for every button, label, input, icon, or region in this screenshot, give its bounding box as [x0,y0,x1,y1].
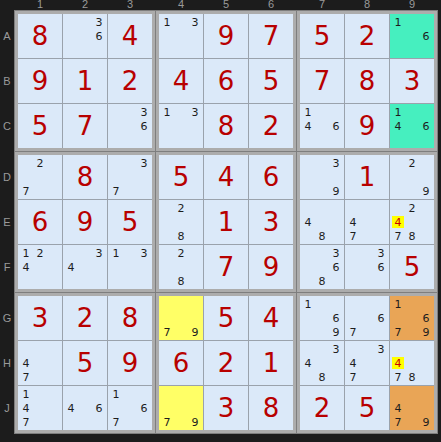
cell-J4[interactable]: 79 [159,386,203,430]
candidate-mark: 1 [160,15,174,29]
candidate-grid: 13 [160,105,202,147]
candidate-mark [174,401,188,415]
cell-A6[interactable]: 7 [249,14,293,58]
candidate-grid: 479 [391,387,433,429]
row-label-B: B [0,59,14,103]
candidate-mark: 9 [419,184,433,198]
candidate-mark [360,201,374,215]
candidate-mark [315,201,329,215]
cell-H8[interactable]: 347 [345,341,389,385]
cell-A1[interactable]: 8 [18,14,62,58]
candidate-mark [419,370,433,384]
sudoku-board: 8364912573613974651382521678314691462783… [14,10,438,434]
given-digit: 5 [32,113,49,139]
cell-J3[interactable]: 167 [108,386,152,430]
candidate-mark [174,297,188,311]
candidate-mark [329,229,343,243]
candidate-mark [47,415,61,429]
candidate-mark [19,342,33,356]
candidate-mark: 2 [174,201,188,215]
candidate-mark [123,274,137,288]
candidate-mark [419,387,433,401]
candidate-mark [315,342,329,356]
candidate-mark [188,246,202,260]
candidate-mark [92,415,106,429]
column-headers: 123456789 [14,0,438,10]
cell-F4[interactable]: 28 [159,245,203,289]
candidate-mark [315,119,329,133]
cell-G2[interactable]: 2 [63,296,107,340]
cell-J5[interactable]: 3 [204,386,248,430]
cell-G4[interactable]: 79 [159,296,203,340]
cell-F8[interactable]: 36 [345,245,389,289]
candidate-mark [64,274,78,288]
candidate-mark [109,133,123,147]
candidate-mark: 4 [301,356,315,370]
cell-G9[interactable]: 1679 [390,296,434,340]
candidate-mark [301,184,315,198]
candidate-mark [405,170,419,184]
cell-E3[interactable]: 5 [108,200,152,244]
candidate-mark: 7 [19,370,33,384]
candidate-mark [123,260,137,274]
candidate-mark [174,311,188,325]
cell-G3[interactable]: 8 [108,296,152,340]
candidate-mark: 4 [301,215,315,229]
candidate-mark [405,387,419,401]
cell-B1[interactable]: 9 [18,59,62,103]
candidate-mark [346,246,360,260]
given-digit: 9 [32,68,49,94]
candidate-mark: 8 [174,229,188,243]
cell-D2[interactable]: 8 [63,155,107,199]
candidate-mark [360,246,374,260]
candidate-mark [301,260,315,274]
candidate-mark [374,325,388,339]
cell-D3[interactable]: 37 [108,155,152,199]
cell-H3[interactable]: 9 [108,341,152,385]
candidate-grid: 478 [391,342,433,384]
given-digit: 4 [218,164,235,190]
cell-G6[interactable]: 4 [249,296,293,340]
candidate-grid: 36 [109,105,151,147]
candidate-mark [419,342,433,356]
cell-J6[interactable]: 8 [249,386,293,430]
candidate-grid: 46 [64,387,106,429]
cell-J9[interactable]: 479 [390,386,434,430]
candidate-mark [174,43,188,57]
row-headers: ABCDEFGHJ [0,10,14,434]
candidate-mark: 4 [346,356,360,370]
cell-J7[interactable]: 2 [300,386,344,430]
cell-B8[interactable]: 8 [345,59,389,103]
candidate-mark [174,325,188,339]
candidate-mark [47,401,61,415]
candidate-mark [360,215,374,229]
candidate-mark [109,274,123,288]
candidate-grid: 2478 [391,201,433,243]
candidate-mark: 6 [137,401,151,415]
candidate-mark: 9 [329,184,343,198]
candidate-mark [160,201,174,215]
candidate-mark [33,342,47,356]
candidate-mark [92,274,106,288]
candidate-mark [315,133,329,147]
cell-C4[interactable]: 13 [159,104,203,148]
given-digit: 8 [122,305,139,331]
candidate-mark: 4 [19,260,33,274]
cell-E7[interactable]: 48 [300,200,344,244]
given-digit: 5 [263,68,280,94]
candidate-mark [160,311,174,325]
candidate-mark [188,43,202,57]
cell-A8[interactable]: 2 [345,14,389,58]
candidate-mark [391,184,405,198]
candidate-mark: 4 [392,216,404,228]
cell-J1[interactable]: 147 [18,386,62,430]
cell-F3[interactable]: 13 [108,245,152,289]
cell-B6[interactable]: 5 [249,59,293,103]
candidate-mark [123,156,137,170]
cell-F6[interactable]: 9 [249,245,293,289]
given-digit: 7 [77,113,94,139]
candidate-mark: 6 [374,311,388,325]
candidate-mark: 6 [329,311,343,325]
cell-E6[interactable]: 3 [249,200,293,244]
candidate-mark [315,184,329,198]
cell-D6[interactable]: 6 [249,155,293,199]
candidate-mark: 3 [329,342,343,356]
candidate-mark [374,356,388,370]
candidate-mark [160,297,174,311]
candidate-mark [329,274,343,288]
cell-F1[interactable]: 124 [18,245,62,289]
candidate-mark [315,215,329,229]
cell-F7[interactable]: 368 [300,245,344,289]
cell-B7[interactable]: 7 [300,59,344,103]
candidate-mark [160,274,174,288]
candidate-mark [391,156,405,170]
candidate-mark: 1 [391,297,405,311]
candidate-mark: 3 [137,246,151,260]
candidate-grid: 34 [64,246,106,288]
candidate-mark: 6 [92,401,106,415]
cell-E4[interactable]: 28 [159,200,203,244]
cell-A3[interactable]: 4 [108,14,152,58]
candidate-mark [301,156,315,170]
candidate-mark [405,297,419,311]
candidate-mark: 7 [391,415,405,429]
candidate-mark [405,105,419,119]
cell-H2[interactable]: 5 [63,341,107,385]
candidate-mark: 4 [19,356,33,370]
col-label-3: 3 [108,0,152,9]
given-digit: 1 [263,350,280,376]
candidate-mark [301,325,315,339]
row-label-E: E [0,200,14,244]
candidate-mark: 3 [188,15,202,29]
cell-F2[interactable]: 34 [63,245,107,289]
cell-D8[interactable]: 1 [345,155,389,199]
given-digit: 7 [314,68,331,94]
candidate-mark [174,29,188,43]
candidate-mark [360,356,374,370]
candidate-mark [419,133,433,147]
given-digit: 8 [359,68,376,94]
candidate-mark [360,342,374,356]
cell-H4[interactable]: 6 [159,341,203,385]
cell-A2[interactable]: 36 [63,14,107,58]
given-digit: 2 [359,23,376,49]
candidate-mark: 3 [329,156,343,170]
cell-C8[interactable]: 9 [345,104,389,148]
candidate-mark [329,356,343,370]
cell-C2[interactable]: 7 [63,104,107,148]
candidate-mark: 8 [405,370,419,384]
candidate-mark [109,105,123,119]
candidate-mark [419,229,433,243]
cell-A4[interactable]: 13 [159,14,203,58]
candidate-grid: 28 [160,246,202,288]
candidate-mark [160,133,174,147]
candidate-mark [405,133,419,147]
candidate-mark: 2 [174,246,188,260]
candidate-mark [123,387,137,401]
candidate-mark [33,401,47,415]
given-digit: 9 [263,254,280,280]
candidate-mark: 7 [391,325,405,339]
candidate-mark [301,170,315,184]
cell-H6[interactable]: 1 [249,341,293,385]
candidate-mark [123,170,137,184]
candidate-grid: 146 [391,105,433,147]
cell-H7[interactable]: 348 [300,341,344,385]
candidate-mark [405,15,419,29]
candidate-mark: 4 [391,401,405,415]
candidate-mark [301,133,315,147]
cell-G5[interactable]: 5 [204,296,248,340]
candidate-mark [109,401,123,415]
given-digit: 3 [32,305,49,331]
candidate-mark [188,401,202,415]
candidate-mark [33,387,47,401]
candidate-mark [405,342,419,356]
cell-B4[interactable]: 4 [159,59,203,103]
candidate-mark [109,260,123,274]
candidate-mark: 8 [315,370,329,384]
cell-D5[interactable]: 4 [204,155,248,199]
candidate-mark: 4 [392,357,404,369]
candidate-mark [346,297,360,311]
candidate-mark [315,170,329,184]
candidate-mark [78,415,92,429]
candidate-mark [391,201,405,215]
cell-G7[interactable]: 169 [300,296,344,340]
candidate-grid: 47 [19,342,61,384]
cell-H1[interactable]: 47 [18,341,62,385]
candidate-mark [188,201,202,215]
candidate-mark [174,105,188,119]
cell-E1[interactable]: 6 [18,200,62,244]
candidate-mark: 7 [109,415,123,429]
cell-E8[interactable]: 47 [345,200,389,244]
cell-B2[interactable]: 1 [63,59,107,103]
candidate-mark: 2 [33,156,47,170]
cell-C9[interactable]: 146 [390,104,434,148]
candidate-grid: 124 [19,246,61,288]
cell-A7[interactable]: 5 [300,14,344,58]
candidate-mark [405,43,419,57]
cell-G1[interactable]: 3 [18,296,62,340]
candidate-mark [64,43,78,57]
candidate-mark: 4 [301,119,315,133]
candidate-mark [188,133,202,147]
candidate-mark: 6 [419,29,433,43]
given-digit: 3 [218,395,235,421]
given-digit: 4 [263,305,280,331]
candidate-mark [315,246,329,260]
candidate-grid: 79 [160,387,202,429]
given-digit: 5 [77,350,94,376]
candidate-mark: 6 [137,119,151,133]
candidate-mark [188,274,202,288]
candidate-mark: 6 [419,311,433,325]
candidate-mark: 9 [419,415,433,429]
row-label-C: C [0,104,14,148]
cell-C7[interactable]: 146 [300,104,344,148]
candidate-mark [188,29,202,43]
cell-D7[interactable]: 39 [300,155,344,199]
row-label-A: A [0,14,14,58]
candidate-grid: 147 [19,387,61,429]
cell-E5[interactable]: 1 [204,200,248,244]
candidate-mark [346,260,360,274]
candidate-mark [33,356,47,370]
candidate-mark [174,415,188,429]
cell-G8[interactable]: 67 [345,296,389,340]
given-digit: 1 [218,209,235,235]
given-digit: 2 [122,68,139,94]
candidate-mark [405,415,419,429]
cell-C1[interactable]: 5 [18,104,62,148]
cell-D1[interactable]: 27 [18,155,62,199]
candidate-mark [419,356,433,370]
cell-F9[interactable]: 5 [390,245,434,289]
cell-B9[interactable]: 3 [390,59,434,103]
candidate-mark [301,274,315,288]
candidate-mark [33,274,47,288]
candidate-mark [188,387,202,401]
cell-C6[interactable]: 2 [249,104,293,148]
candidate-mark: 2 [405,201,419,215]
col-label-9: 9 [390,0,434,9]
candidate-mark [123,401,137,415]
candidate-mark [360,229,374,243]
cell-C3[interactable]: 36 [108,104,152,148]
cell-C5[interactable]: 8 [204,104,248,148]
candidate-mark [188,260,202,274]
cell-F5[interactable]: 7 [204,245,248,289]
cell-J2[interactable]: 46 [63,386,107,430]
candidate-mark [405,119,419,133]
given-digit: 2 [218,350,235,376]
candidate-mark [33,415,47,429]
candidate-mark: 6 [374,260,388,274]
given-digit: 8 [218,113,235,139]
col-label-8: 8 [345,0,389,9]
candidate-mark [47,274,61,288]
cell-H9[interactable]: 478 [390,341,434,385]
candidate-mark: 1 [160,105,174,119]
cell-E2[interactable]: 9 [63,200,107,244]
cell-J8[interactable]: 5 [345,386,389,430]
candidate-grid: 348 [301,342,343,384]
candidate-mark: 1 [391,105,405,119]
candidate-mark: 1 [301,105,315,119]
candidate-mark [419,105,433,119]
candidate-mark [47,356,61,370]
cell-A5[interactable]: 9 [204,14,248,58]
candidate-mark [137,170,151,184]
candidate-mark [160,387,174,401]
candidate-mark [419,401,433,415]
candidate-mark [391,170,405,184]
cell-D4[interactable]: 5 [159,155,203,199]
row-label-D: D [0,155,14,199]
candidate-mark [47,156,61,170]
candidate-mark: 2 [405,156,419,170]
candidate-mark: 3 [374,246,388,260]
candidate-mark [92,387,106,401]
given-digit: 1 [359,164,376,190]
cell-H5[interactable]: 2 [204,341,248,385]
given-digit: 8 [32,23,49,49]
row-label-F: F [0,245,14,289]
candidate-mark [33,170,47,184]
candidate-grid: 1679 [391,297,433,339]
cell-B5[interactable]: 6 [204,59,248,103]
candidate-grid: 48 [301,201,343,243]
cell-D9[interactable]: 29 [390,155,434,199]
candidate-mark [315,325,329,339]
given-digit: 5 [404,254,421,280]
candidate-grid: 167 [109,387,151,429]
col-label-1: 1 [18,0,62,9]
candidate-mark: 8 [174,274,188,288]
candidate-mark [123,119,137,133]
candidate-mark: 7 [346,370,360,384]
candidate-mark [123,415,137,429]
candidate-mark [174,15,188,29]
candidate-mark [391,387,405,401]
cell-E9[interactable]: 2478 [390,200,434,244]
candidate-grid: 169 [301,297,343,339]
candidate-mark: 3 [92,246,106,260]
candidate-mark [405,29,419,43]
given-digit: 5 [122,209,139,235]
cell-B3[interactable]: 2 [108,59,152,103]
candidate-grid: 39 [301,156,343,198]
candidate-mark [64,415,78,429]
cell-A9[interactable]: 16 [390,14,434,58]
candidate-mark [419,43,433,57]
candidate-grid: 16 [391,15,433,57]
candidate-mark: 7 [19,415,33,429]
candidate-mark: 9 [419,325,433,339]
candidate-mark [405,325,419,339]
candidate-mark [33,184,47,198]
candidate-mark [188,311,202,325]
